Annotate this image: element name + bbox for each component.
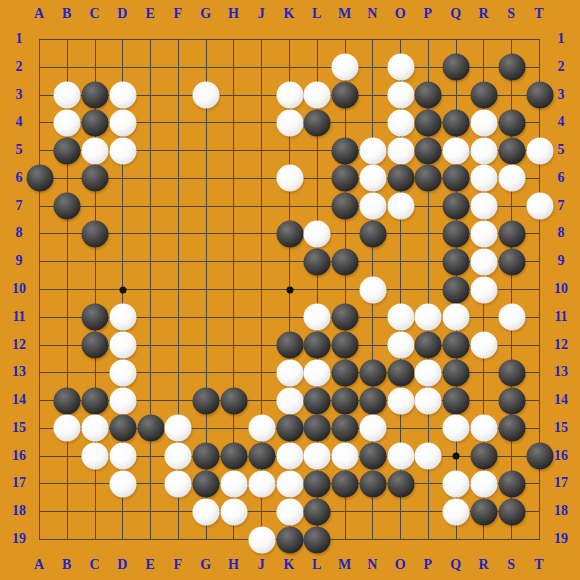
- stone-white-B15[interactable]: [54, 415, 81, 442]
- stone-white-G3[interactable]: [193, 82, 220, 109]
- stone-white-L16[interactable]: [304, 443, 331, 470]
- coordinate-label-bottom-N: N: [367, 558, 377, 572]
- stone-black-P6[interactable]: [415, 165, 442, 192]
- coordinate-label-left-12: 12: [12, 338, 26, 352]
- stone-black-Q10[interactable]: [443, 276, 470, 303]
- coordinate-label-bottom-G: G: [200, 558, 211, 572]
- stone-black-N14[interactable]: [359, 387, 386, 414]
- stone-white-D12[interactable]: [109, 332, 136, 359]
- stone-black-M14[interactable]: [332, 387, 359, 414]
- stone-black-C3[interactable]: [82, 82, 109, 109]
- stone-black-R3[interactable]: [470, 82, 497, 109]
- stone-black-O17[interactable]: [387, 470, 414, 497]
- stone-black-C6[interactable]: [82, 165, 109, 192]
- coordinate-label-left-19: 19: [12, 532, 26, 546]
- stone-white-C15[interactable]: [82, 415, 109, 442]
- stone-white-L13[interactable]: [304, 359, 331, 386]
- stone-white-Q5[interactable]: [443, 137, 470, 164]
- coordinate-label-top-D: D: [117, 7, 127, 21]
- stone-white-Q17[interactable]: [443, 470, 470, 497]
- stone-white-B4[interactable]: [54, 109, 81, 136]
- coordinate-label-right-17: 17: [554, 476, 568, 490]
- coordinate-label-top-B: B: [62, 7, 71, 21]
- stone-black-Q6[interactable]: [443, 165, 470, 192]
- coordinate-label-right-13: 13: [554, 365, 568, 379]
- coordinate-label-bottom-A: A: [34, 558, 44, 572]
- stone-white-D3[interactable]: [109, 82, 136, 109]
- stone-black-M7[interactable]: [332, 193, 359, 220]
- coordinate-label-top-O: O: [395, 7, 406, 21]
- stone-black-K12[interactable]: [276, 332, 303, 359]
- stone-black-R16[interactable]: [470, 443, 497, 470]
- stone-black-N13[interactable]: [359, 359, 386, 386]
- coordinate-label-bottom-H: H: [228, 558, 239, 572]
- stone-black-G17[interactable]: [193, 470, 220, 497]
- stone-white-N6[interactable]: [359, 165, 386, 192]
- stone-white-S11[interactable]: [498, 304, 525, 331]
- coordinate-label-left-1: 1: [16, 32, 23, 46]
- coordinate-label-top-K: K: [284, 7, 295, 21]
- stone-white-O5[interactable]: [387, 137, 414, 164]
- stone-black-B7[interactable]: [54, 193, 81, 220]
- stone-white-K13[interactable]: [276, 359, 303, 386]
- stone-white-T7[interactable]: [526, 193, 553, 220]
- coordinate-label-right-11: 11: [554, 310, 567, 324]
- coordinate-label-bottom-L: L: [312, 558, 321, 572]
- stone-white-B3[interactable]: [54, 82, 81, 109]
- stone-black-N8[interactable]: [359, 220, 386, 247]
- stone-white-R4[interactable]: [470, 109, 497, 136]
- stone-black-L12[interactable]: [304, 332, 331, 359]
- coordinate-label-right-7: 7: [558, 199, 565, 213]
- stone-black-M15[interactable]: [332, 415, 359, 442]
- stone-black-L14[interactable]: [304, 387, 331, 414]
- stone-white-P14[interactable]: [415, 387, 442, 414]
- stone-white-L11[interactable]: [304, 304, 331, 331]
- stone-white-K4[interactable]: [276, 109, 303, 136]
- coordinate-label-bottom-D: D: [117, 558, 127, 572]
- stone-white-H17[interactable]: [220, 470, 247, 497]
- stone-white-N15[interactable]: [359, 415, 386, 442]
- coordinate-label-bottom-E: E: [145, 558, 154, 572]
- coordinate-label-right-15: 15: [554, 421, 568, 435]
- stone-white-J15[interactable]: [248, 415, 275, 442]
- coordinate-label-bottom-B: B: [62, 558, 71, 572]
- coordinate-label-left-15: 15: [12, 421, 26, 435]
- stone-white-L8[interactable]: [304, 220, 331, 247]
- coordinate-label-bottom-R: R: [478, 558, 488, 572]
- stone-black-M13[interactable]: [332, 359, 359, 386]
- stone-black-O6[interactable]: [387, 165, 414, 192]
- coordinate-label-left-9: 9: [16, 254, 23, 268]
- stone-white-K3[interactable]: [276, 82, 303, 109]
- coordinate-label-left-5: 5: [16, 143, 23, 157]
- stone-white-O12[interactable]: [387, 332, 414, 359]
- stone-black-Q9[interactable]: [443, 248, 470, 275]
- stone-white-K17[interactable]: [276, 470, 303, 497]
- star-point-Q16: [453, 453, 460, 460]
- stone-white-F16[interactable]: [165, 443, 192, 470]
- stone-white-D14[interactable]: [109, 387, 136, 414]
- stone-black-L4[interactable]: [304, 109, 331, 136]
- stone-black-G16[interactable]: [193, 443, 220, 470]
- stone-black-L17[interactable]: [304, 470, 331, 497]
- stone-black-P4[interactable]: [415, 109, 442, 136]
- coordinate-label-left-4: 4: [16, 115, 23, 129]
- coordinate-label-left-8: 8: [16, 226, 23, 240]
- stone-white-F17[interactable]: [165, 470, 192, 497]
- stone-black-C12[interactable]: [82, 332, 109, 359]
- stone-white-D13[interactable]: [109, 359, 136, 386]
- stone-black-K15[interactable]: [276, 415, 303, 442]
- stone-white-M16[interactable]: [332, 443, 359, 470]
- stone-white-Q15[interactable]: [443, 415, 470, 442]
- stone-white-H18[interactable]: [220, 498, 247, 525]
- stone-white-R17[interactable]: [470, 470, 497, 497]
- stone-black-H14[interactable]: [220, 387, 247, 414]
- stone-white-J17[interactable]: [248, 470, 275, 497]
- coordinate-label-top-R: R: [478, 7, 488, 21]
- stone-white-R7[interactable]: [470, 193, 497, 220]
- stone-black-S8[interactable]: [498, 220, 525, 247]
- stone-black-O13[interactable]: [387, 359, 414, 386]
- stone-black-L18[interactable]: [304, 498, 331, 525]
- coordinate-label-left-2: 2: [16, 60, 23, 74]
- stone-black-S14[interactable]: [498, 387, 525, 414]
- coordinate-label-top-H: H: [228, 7, 239, 21]
- stone-black-R18[interactable]: [470, 498, 497, 525]
- coordinate-label-top-P: P: [424, 7, 433, 21]
- coordinate-label-right-5: 5: [558, 143, 565, 157]
- stone-white-F15[interactable]: [165, 415, 192, 442]
- stone-black-Q2[interactable]: [443, 54, 470, 81]
- stone-black-T3[interactable]: [526, 82, 553, 109]
- stone-black-K8[interactable]: [276, 220, 303, 247]
- coordinate-label-left-13: 13: [12, 365, 26, 379]
- stone-white-R6[interactable]: [470, 165, 497, 192]
- coordinate-label-right-9: 9: [558, 254, 565, 268]
- star-point-D10: [119, 286, 126, 293]
- stone-white-O2[interactable]: [387, 54, 414, 81]
- stone-black-C11[interactable]: [82, 304, 109, 331]
- coordinate-label-bottom-T: T: [534, 558, 543, 572]
- coordinate-label-bottom-J: J: [258, 558, 265, 572]
- stone-black-M6[interactable]: [332, 165, 359, 192]
- stone-white-K6[interactable]: [276, 165, 303, 192]
- stone-white-Q18[interactable]: [443, 498, 470, 525]
- stone-white-N10[interactable]: [359, 276, 386, 303]
- coordinate-label-left-10: 10: [12, 282, 26, 296]
- stone-black-L19[interactable]: [304, 526, 331, 553]
- coordinate-label-left-18: 18: [12, 504, 26, 518]
- coordinate-label-top-N: N: [367, 7, 377, 21]
- stone-white-S6[interactable]: [498, 165, 525, 192]
- stone-white-R9[interactable]: [470, 248, 497, 275]
- stone-white-R15[interactable]: [470, 415, 497, 442]
- stone-black-Q4[interactable]: [443, 109, 470, 136]
- stone-black-S4[interactable]: [498, 109, 525, 136]
- coordinate-label-bottom-P: P: [424, 558, 433, 572]
- stone-black-M3[interactable]: [332, 82, 359, 109]
- stone-black-M5[interactable]: [332, 137, 359, 164]
- coordinate-label-left-6: 6: [16, 171, 23, 185]
- stone-white-O11[interactable]: [387, 304, 414, 331]
- coordinate-label-top-J: J: [258, 7, 265, 21]
- stone-black-Q13[interactable]: [443, 359, 470, 386]
- stone-white-O14[interactable]: [387, 387, 414, 414]
- coordinate-label-bottom-C: C: [89, 558, 99, 572]
- stone-white-L3[interactable]: [304, 82, 331, 109]
- stone-black-N17[interactable]: [359, 470, 386, 497]
- coordinate-label-left-7: 7: [16, 199, 23, 213]
- stone-black-S9[interactable]: [498, 248, 525, 275]
- coordinate-label-bottom-M: M: [338, 558, 351, 572]
- coordinate-label-left-16: 16: [12, 449, 26, 463]
- stone-white-K14[interactable]: [276, 387, 303, 414]
- stone-black-D15[interactable]: [109, 415, 136, 442]
- coordinate-label-right-16: 16: [554, 449, 568, 463]
- stone-white-Q11[interactable]: [443, 304, 470, 331]
- coordinate-label-right-4: 4: [558, 115, 565, 129]
- stone-black-Q12[interactable]: [443, 332, 470, 359]
- stone-black-S2[interactable]: [498, 54, 525, 81]
- stone-white-D5[interactable]: [109, 137, 136, 164]
- stone-black-P5[interactable]: [415, 137, 442, 164]
- stone-white-N7[interactable]: [359, 193, 386, 220]
- stone-white-R12[interactable]: [470, 332, 497, 359]
- stone-black-H16[interactable]: [220, 443, 247, 470]
- stone-black-G14[interactable]: [193, 387, 220, 414]
- stone-white-G18[interactable]: [193, 498, 220, 525]
- stone-white-D4[interactable]: [109, 109, 136, 136]
- coordinate-label-right-18: 18: [554, 504, 568, 518]
- stone-black-C4[interactable]: [82, 109, 109, 136]
- coordinate-label-top-C: C: [89, 7, 99, 21]
- coordinate-label-right-14: 14: [554, 393, 568, 407]
- stone-black-A6[interactable]: [26, 165, 53, 192]
- stone-white-D16[interactable]: [109, 443, 136, 470]
- coordinate-label-right-8: 8: [558, 226, 565, 240]
- stone-black-P3[interactable]: [415, 82, 442, 109]
- stone-white-N5[interactable]: [359, 137, 386, 164]
- coordinate-label-right-10: 10: [554, 282, 568, 296]
- coordinate-label-bottom-S: S: [507, 558, 515, 572]
- stone-black-N16[interactable]: [359, 443, 386, 470]
- stone-black-B5[interactable]: [54, 137, 81, 164]
- stone-black-Q7[interactable]: [443, 193, 470, 220]
- stone-white-T5[interactable]: [526, 137, 553, 164]
- stone-black-J16[interactable]: [248, 443, 275, 470]
- coordinate-label-top-A: A: [34, 7, 44, 21]
- stone-white-D11[interactable]: [109, 304, 136, 331]
- coordinate-label-bottom-F: F: [174, 558, 183, 572]
- coordinate-label-top-L: L: [312, 7, 321, 21]
- stone-white-D17[interactable]: [109, 470, 136, 497]
- stone-black-M12[interactable]: [332, 332, 359, 359]
- coordinate-label-left-3: 3: [16, 88, 23, 102]
- stone-white-R8[interactable]: [470, 220, 497, 247]
- stone-white-O16[interactable]: [387, 443, 414, 470]
- stone-white-C5[interactable]: [82, 137, 109, 164]
- stone-white-O4[interactable]: [387, 109, 414, 136]
- stone-white-J19[interactable]: [248, 526, 275, 553]
- stone-black-S17[interactable]: [498, 470, 525, 497]
- stone-white-O7[interactable]: [387, 193, 414, 220]
- stone-white-P16[interactable]: [415, 443, 442, 470]
- coordinate-label-bottom-Q: Q: [450, 558, 461, 572]
- stone-black-M17[interactable]: [332, 470, 359, 497]
- stone-black-E15[interactable]: [137, 415, 164, 442]
- stone-black-L15[interactable]: [304, 415, 331, 442]
- stone-black-Q8[interactable]: [443, 220, 470, 247]
- coordinate-label-top-T: T: [534, 7, 543, 21]
- stone-white-M2[interactable]: [332, 54, 359, 81]
- stone-white-R10[interactable]: [470, 276, 497, 303]
- stone-black-C14[interactable]: [82, 387, 109, 414]
- stone-white-R5[interactable]: [470, 137, 497, 164]
- stone-white-K18[interactable]: [276, 498, 303, 525]
- stone-black-C8[interactable]: [82, 220, 109, 247]
- coordinate-label-top-E: E: [145, 7, 154, 21]
- coordinate-label-top-S: S: [507, 7, 515, 21]
- stone-white-P13[interactable]: [415, 359, 442, 386]
- coordinate-label-right-2: 2: [558, 60, 565, 74]
- coordinate-label-top-Q: Q: [450, 7, 461, 21]
- coordinate-label-right-19: 19: [554, 532, 568, 546]
- stone-black-S5[interactable]: [498, 137, 525, 164]
- coordinate-label-top-F: F: [174, 7, 183, 21]
- stone-black-B14[interactable]: [54, 387, 81, 414]
- coordinate-label-left-11: 11: [12, 310, 25, 324]
- stone-black-M9[interactable]: [332, 248, 359, 275]
- stone-black-M11[interactable]: [332, 304, 359, 331]
- stone-black-S15[interactable]: [498, 415, 525, 442]
- stone-white-K16[interactable]: [276, 443, 303, 470]
- coordinate-label-right-12: 12: [554, 338, 568, 352]
- stone-black-Q14[interactable]: [443, 387, 470, 414]
- coordinate-label-left-17: 17: [12, 476, 26, 490]
- stone-black-K19[interactable]: [276, 526, 303, 553]
- coordinate-label-bottom-K: K: [284, 558, 295, 572]
- coordinate-label-top-M: M: [338, 7, 351, 21]
- coordinate-label-right-1: 1: [558, 32, 565, 46]
- stone-black-T16[interactable]: [526, 443, 553, 470]
- stone-black-P12[interactable]: [415, 332, 442, 359]
- go-board[interactable]: ABCDEFGHJKLMNOPQRST ABCDEFGHJKLMNOPQRST …: [0, 0, 580, 580]
- stone-white-P11[interactable]: [415, 304, 442, 331]
- coordinate-label-bottom-O: O: [395, 558, 406, 572]
- stone-white-C16[interactable]: [82, 443, 109, 470]
- coordinate-label-right-6: 6: [558, 171, 565, 185]
- star-point-K10: [286, 286, 293, 293]
- coordinate-label-left-14: 14: [12, 393, 26, 407]
- coordinate-label-right-3: 3: [558, 88, 565, 102]
- stone-black-L9[interactable]: [304, 248, 331, 275]
- stone-black-S18[interactable]: [498, 498, 525, 525]
- stone-white-O3[interactable]: [387, 82, 414, 109]
- coordinate-label-top-G: G: [200, 7, 211, 21]
- stone-black-S13[interactable]: [498, 359, 525, 386]
